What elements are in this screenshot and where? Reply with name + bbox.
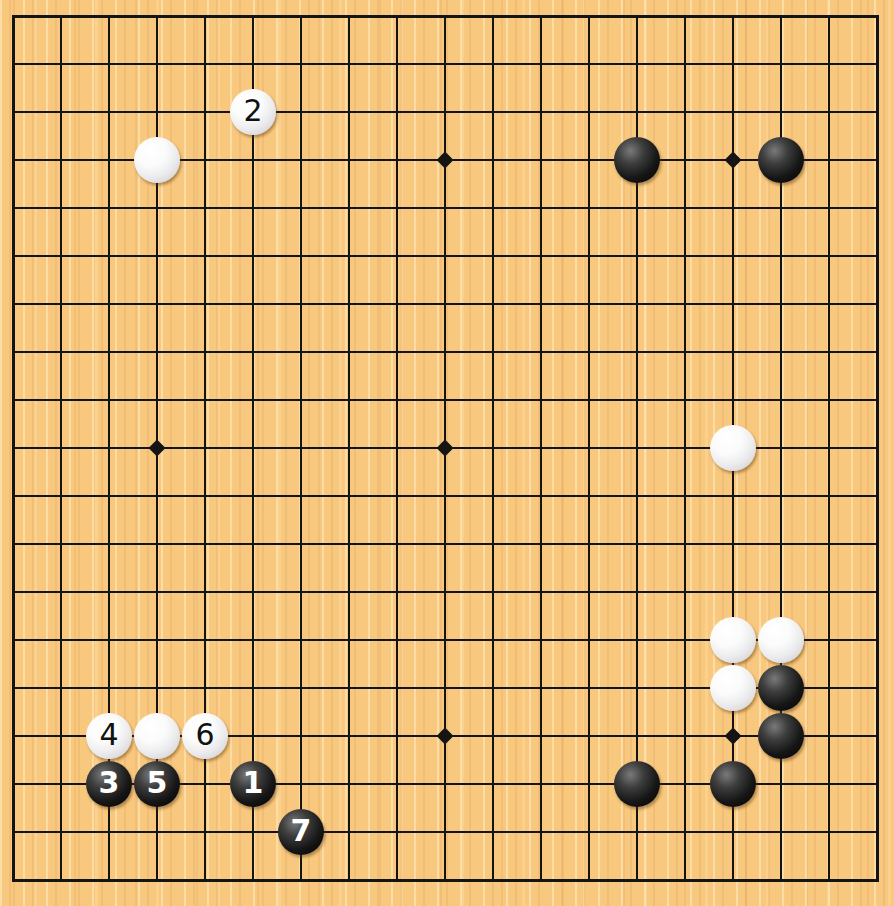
stone-black-gr: 7 xyxy=(278,809,324,855)
stone-white-pn xyxy=(710,617,756,663)
go-board[interactable]: 2463517 xyxy=(0,0,894,906)
stone-black-qo xyxy=(758,665,804,711)
stone-white-ep: 6 xyxy=(182,713,228,759)
stone-white-qn xyxy=(758,617,804,663)
stone-black-qd xyxy=(758,137,804,183)
stone-white-po xyxy=(710,665,756,711)
move-number-label: 2 xyxy=(243,96,262,126)
move-number-label: 5 xyxy=(147,768,168,798)
stone-black-nd xyxy=(614,137,660,183)
stone-black-nq xyxy=(614,761,660,807)
stone-black-cq: 3 xyxy=(86,761,132,807)
stone-layer: 2463517 xyxy=(0,0,894,906)
move-number-label: 6 xyxy=(195,720,214,750)
stone-black-qp xyxy=(758,713,804,759)
move-number-label: 3 xyxy=(99,768,120,798)
stone-white-dd xyxy=(134,137,180,183)
move-number-label: 1 xyxy=(243,768,264,798)
stone-white-cp: 4 xyxy=(86,713,132,759)
stone-white-dp xyxy=(134,713,180,759)
stone-black-dq: 5 xyxy=(134,761,180,807)
stone-white-pj xyxy=(710,425,756,471)
stone-white-fc: 2 xyxy=(230,89,276,135)
stone-black-fq: 1 xyxy=(230,761,276,807)
stone-black-pq xyxy=(710,761,756,807)
move-number-label: 4 xyxy=(99,720,118,750)
move-number-label: 7 xyxy=(291,816,312,846)
